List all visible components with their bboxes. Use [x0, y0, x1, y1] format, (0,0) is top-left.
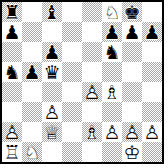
square-f4[interactable]: ♝♗	[102, 82, 122, 102]
square-e4[interactable]: ♟♙	[82, 82, 102, 102]
square-f2[interactable]: ♟♙	[102, 122, 122, 142]
square-d2[interactable]	[62, 122, 82, 142]
black-pawn-icon: ♟	[102, 22, 122, 42]
white-bishop-icon: ♝♗	[82, 122, 102, 142]
square-f1[interactable]	[102, 142, 122, 162]
black-knight-icon: ♞	[102, 42, 122, 62]
square-c5[interactable]: ♛	[42, 62, 62, 82]
square-d4[interactable]	[62, 82, 82, 102]
chess-board: ♜♝♞♘♚♟♟♟♟♟♞♞♟♛♟♙♝♗♟♙♟♙♛♕♝♗♟♙♟♙♟♙♜♖♞♘♚♔	[0, 0, 164, 164]
square-f7[interactable]: ♟	[102, 22, 122, 42]
square-d1[interactable]	[62, 142, 82, 162]
square-e1[interactable]	[82, 142, 102, 162]
square-h5[interactable]	[142, 62, 162, 82]
square-g2[interactable]: ♟♙	[122, 122, 142, 142]
square-a5[interactable]: ♞	[2, 62, 22, 82]
square-f5[interactable]	[102, 62, 122, 82]
square-e5[interactable]	[82, 62, 102, 82]
black-pawn-icon: ♟	[2, 22, 22, 42]
square-g5[interactable]	[122, 62, 142, 82]
square-e3[interactable]	[82, 102, 102, 122]
square-f3[interactable]	[102, 102, 122, 122]
square-h2[interactable]: ♟♙	[142, 122, 162, 142]
black-pawn-icon: ♟	[42, 42, 62, 62]
chess-diagram: ♜♝♞♘♚♟♟♟♟♟♞♞♟♛♟♙♝♗♟♙♟♙♛♕♝♗♟♙♟♙♟♙♜♖♞♘♚♔	[0, 0, 168, 168]
square-h7[interactable]: ♟	[142, 22, 162, 42]
square-b6[interactable]	[22, 42, 42, 62]
white-bishop-icon: ♝♗	[102, 82, 122, 102]
square-a3[interactable]	[2, 102, 22, 122]
black-queen-icon: ♛	[42, 62, 62, 82]
black-pawn-icon: ♟	[122, 22, 142, 42]
square-d3[interactable]	[62, 102, 82, 122]
black-rook-icon: ♜	[2, 2, 22, 22]
square-g3[interactable]	[122, 102, 142, 122]
black-pawn-icon: ♟	[22, 62, 42, 82]
square-h1[interactable]	[142, 142, 162, 162]
square-a7[interactable]: ♟	[2, 22, 22, 42]
square-c1[interactable]	[42, 142, 62, 162]
black-bishop-icon: ♝	[42, 2, 62, 22]
square-a2[interactable]: ♟♙	[2, 122, 22, 142]
square-b4[interactable]	[22, 82, 42, 102]
square-b3[interactable]	[22, 102, 42, 122]
square-h6[interactable]	[142, 42, 162, 62]
square-a6[interactable]	[2, 42, 22, 62]
square-f8[interactable]: ♞♘	[102, 2, 122, 22]
white-queen-icon: ♛♕	[42, 122, 62, 142]
square-d7[interactable]	[62, 22, 82, 42]
white-knight-icon: ♞♘	[22, 142, 42, 162]
square-d6[interactable]	[62, 42, 82, 62]
square-a4[interactable]	[2, 82, 22, 102]
white-pawn-icon: ♟♙	[142, 122, 162, 142]
square-e2[interactable]: ♝♗	[82, 122, 102, 142]
square-b2[interactable]	[22, 122, 42, 142]
square-b1[interactable]: ♞♘	[22, 142, 42, 162]
square-g7[interactable]: ♟	[122, 22, 142, 42]
black-pawn-icon: ♟	[142, 22, 162, 42]
white-pawn-icon: ♟♙	[82, 82, 102, 102]
square-f6[interactable]: ♞	[102, 42, 122, 62]
square-g1[interactable]: ♚♔	[122, 142, 142, 162]
square-c4[interactable]	[42, 82, 62, 102]
square-b5[interactable]: ♟	[22, 62, 42, 82]
square-c6[interactable]: ♟	[42, 42, 62, 62]
square-h3[interactable]	[142, 102, 162, 122]
white-rook-icon: ♜♖	[2, 142, 22, 162]
white-pawn-icon: ♟♙	[2, 122, 22, 142]
square-g8[interactable]: ♚	[122, 2, 142, 22]
square-e6[interactable]	[82, 42, 102, 62]
black-knight-icon: ♞	[2, 62, 22, 82]
square-h8[interactable]	[142, 2, 162, 22]
square-h4[interactable]	[142, 82, 162, 102]
white-king-icon: ♚♔	[122, 142, 142, 162]
white-pawn-icon: ♟♙	[102, 122, 122, 142]
square-c2[interactable]: ♛♕	[42, 122, 62, 142]
white-pawn-icon: ♟♙	[122, 122, 142, 142]
square-c8[interactable]: ♝	[42, 2, 62, 22]
white-pawn-icon: ♟♙	[42, 102, 62, 122]
square-g4[interactable]	[122, 82, 142, 102]
square-g6[interactable]	[122, 42, 142, 62]
black-king-icon: ♚	[122, 2, 142, 22]
square-c7[interactable]	[42, 22, 62, 42]
square-b7[interactable]	[22, 22, 42, 42]
square-c3[interactable]: ♟♙	[42, 102, 62, 122]
square-a1[interactable]: ♜♖	[2, 142, 22, 162]
square-e7[interactable]	[82, 22, 102, 42]
square-d8[interactable]	[62, 2, 82, 22]
square-d5[interactable]	[62, 62, 82, 82]
square-b8[interactable]	[22, 2, 42, 22]
white-knight-icon: ♞♘	[102, 2, 122, 22]
square-a8[interactable]: ♜	[2, 2, 22, 22]
square-e8[interactable]	[82, 2, 102, 22]
